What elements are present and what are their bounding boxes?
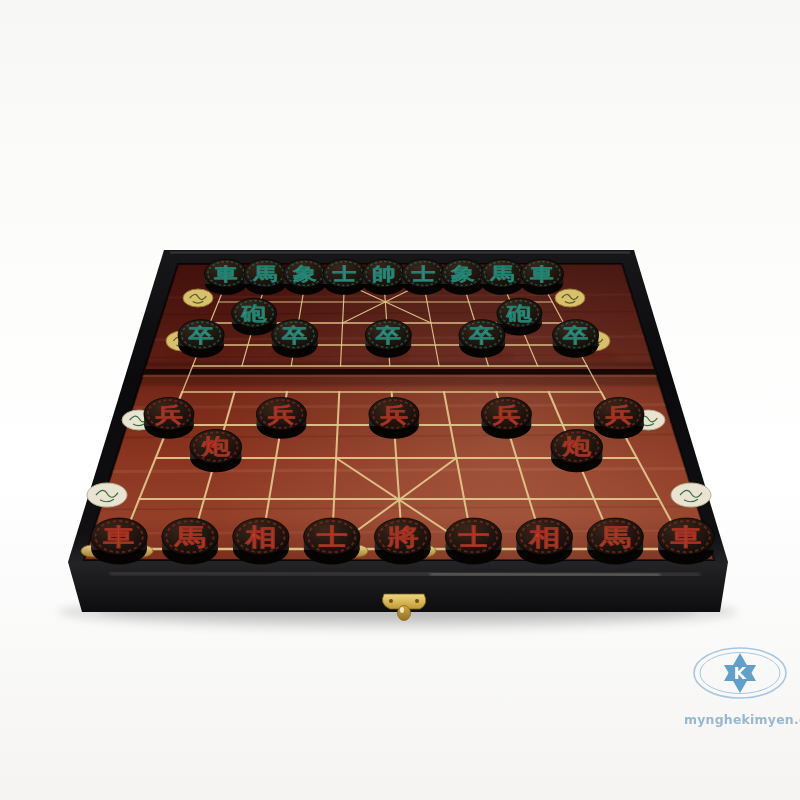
piece-red-elephant: 相	[516, 518, 572, 564]
clasp-knob	[398, 606, 411, 621]
corner-medallion-0	[183, 289, 213, 307]
piece-character: 士	[457, 523, 489, 550]
seam-groove	[60, 369, 740, 375]
medallion-disc	[671, 483, 711, 507]
piece-green-soldier: 卒	[459, 320, 505, 358]
piece-character: 車	[529, 264, 554, 285]
piece-character: 車	[102, 523, 134, 550]
piece-character: 士	[411, 264, 436, 285]
piece-character: 馬	[253, 264, 278, 285]
piece-red-general: 將	[374, 518, 430, 564]
piece-red-elephant: 相	[233, 518, 289, 564]
piece-character: 馬	[598, 523, 631, 550]
product-photo-scene: 車馬象士帥士象馬車砲砲卒卒卒卒卒兵兵兵兵兵炮炮車馬相士將士相馬車 K myngh…	[0, 0, 800, 800]
piece-green-general: 帥	[363, 259, 406, 294]
piece-character: 卒	[187, 324, 214, 346]
piece-red-chariot: 車	[658, 518, 714, 564]
piece-green-cannon: 砲	[232, 298, 277, 335]
piece-green-soldier: 卒	[178, 320, 224, 358]
piece-red-soldier: 兵	[369, 397, 419, 438]
piece-red-soldier: 兵	[594, 397, 644, 438]
piece-red-soldier: 兵	[481, 397, 531, 438]
piece-red-horse: 馬	[162, 518, 218, 564]
clasp-screw	[389, 599, 393, 603]
piece-character: 相	[528, 523, 560, 550]
piece-red-cannon: 炮	[190, 430, 242, 473]
piece-character: 卒	[281, 324, 308, 346]
piece-green-soldier: 卒	[553, 320, 599, 358]
piece-character: 象	[292, 264, 317, 285]
clasp-knob-highlight	[400, 607, 404, 613]
corner-medallion-7	[671, 483, 711, 507]
medallion-disc	[555, 289, 585, 307]
piece-character: 象	[450, 264, 475, 285]
piece-character: 相	[244, 523, 276, 550]
piece-character: 士	[315, 523, 347, 550]
piece-red-soldier: 兵	[144, 397, 194, 438]
piece-character: 兵	[492, 402, 521, 427]
piece-red-chariot: 車	[91, 518, 147, 564]
piece-character: 卒	[468, 324, 495, 346]
piece-green-advisor: 士	[402, 259, 445, 294]
piece-green-horse: 馬	[244, 259, 287, 294]
piece-character: 帥	[372, 264, 396, 285]
piece-character: 馬	[172, 523, 205, 550]
piece-character: 炮	[200, 435, 230, 460]
piece-character: 兵	[379, 402, 408, 427]
medallion-disc	[183, 289, 213, 307]
piece-character: 車	[670, 523, 702, 550]
piece-character: 兵	[604, 402, 633, 427]
medallion-disc	[87, 483, 127, 507]
piece-character: 炮	[561, 435, 591, 460]
piece-red-soldier: 兵	[256, 397, 306, 438]
piece-green-chariot: 車	[521, 259, 564, 294]
piece-character: 砲	[241, 303, 268, 324]
piece-red-cannon: 炮	[551, 430, 603, 473]
piece-character: 卒	[375, 324, 402, 346]
piece-red-advisor: 士	[445, 518, 501, 564]
clasp-screw	[415, 599, 419, 603]
piece-character: 車	[213, 264, 238, 285]
piece-character: 將	[386, 523, 418, 550]
piece-green-elephant: 象	[284, 259, 327, 294]
front-face-sheen	[430, 574, 660, 575]
piece-green-chariot: 車	[205, 259, 248, 294]
piece-character: 砲	[506, 303, 533, 324]
piece-character: 兵	[267, 402, 296, 427]
piece-green-soldier: 卒	[272, 320, 318, 358]
piece-red-advisor: 士	[304, 518, 360, 564]
piece-character: 兵	[154, 402, 183, 427]
piece-red-horse: 馬	[587, 518, 643, 564]
xiangqi-board: 車馬象士帥士象馬車砲砲卒卒卒卒卒兵兵兵兵兵炮炮車馬相士將士相馬車	[0, 0, 800, 800]
piece-character: 士	[332, 264, 357, 285]
piece-green-soldier: 卒	[365, 320, 411, 358]
corner-medallion-1	[555, 289, 585, 307]
piece-green-advisor: 士	[323, 259, 366, 294]
piece-character: 卒	[562, 324, 589, 346]
piece-green-elephant: 象	[442, 259, 485, 294]
corner-medallion-6	[87, 483, 127, 507]
piece-character: 馬	[490, 264, 515, 285]
piece-green-horse: 馬	[481, 259, 524, 294]
